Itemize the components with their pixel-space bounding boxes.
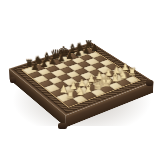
piece-black-pawn[interactable]: ♟ — [26, 57, 44, 75]
board-foot — [146, 80, 153, 86]
board-foot — [10, 77, 16, 83]
board-foot — [58, 123, 67, 129]
chess-set-photo: ♜♞♝♛♚♝♞♜♟♟♟♟♟♟♟♟♟♟♟♟♟♟♟♟♜♞♝♛♚♝♞♜ — [0, 0, 160, 160]
piece-white-rook[interactable]: ♜ — [61, 83, 80, 102]
